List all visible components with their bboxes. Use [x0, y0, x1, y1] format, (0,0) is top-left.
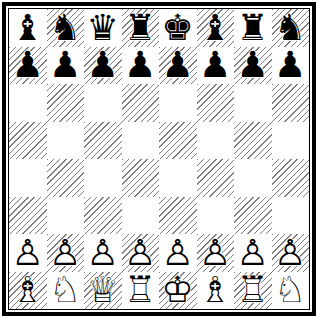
piece-outline-queen: ♕	[84, 272, 122, 310]
square-b8[interactable]: ♞	[47, 9, 85, 47]
square-a5[interactable]	[9, 122, 47, 160]
square-e1[interactable]: ♚♔	[159, 272, 197, 310]
piece-outline-knight: ♘	[272, 272, 310, 310]
square-e4[interactable]	[159, 159, 197, 197]
square-d3[interactable]	[122, 197, 160, 235]
square-e5[interactable]	[159, 122, 197, 160]
square-f7[interactable]: ♟	[197, 47, 235, 85]
piece-white-knight: ♞♘	[272, 272, 310, 310]
piece-outline-pawn: ♙	[122, 234, 160, 272]
piece-white-knight: ♞♘	[47, 272, 85, 310]
piece-black-pawn: ♟	[47, 47, 85, 85]
piece-black-bishop: ♝	[197, 9, 235, 47]
piece-outline-bishop: ♗	[197, 272, 235, 310]
piece-white-pawn: ♟♙	[159, 234, 197, 272]
piece-white-bishop: ♝♗	[197, 272, 235, 310]
square-d6[interactable]	[122, 84, 160, 122]
square-e7[interactable]: ♟	[159, 47, 197, 85]
piece-outline-pawn: ♙	[272, 234, 310, 272]
square-b6[interactable]	[47, 84, 85, 122]
piece-black-pawn: ♟	[122, 47, 160, 85]
piece-black-pawn: ♟	[84, 47, 122, 85]
square-c8[interactable]: ♛	[84, 9, 122, 47]
piece-white-pawn: ♟♙	[9, 234, 47, 272]
square-b3[interactable]	[47, 197, 85, 235]
square-a2[interactable]: ♟♙	[9, 234, 47, 272]
piece-outline-pawn: ♙	[234, 234, 272, 272]
piece-white-rook: ♜♖	[234, 272, 272, 310]
square-b5[interactable]	[47, 122, 85, 160]
piece-black-knight: ♞	[47, 9, 85, 47]
square-c5[interactable]	[84, 122, 122, 160]
square-g6[interactable]	[234, 84, 272, 122]
square-c2[interactable]: ♟♙	[84, 234, 122, 272]
square-h8[interactable]: ♞	[272, 9, 310, 47]
piece-black-king: ♚	[159, 9, 197, 47]
square-d1[interactable]: ♜♖	[122, 272, 160, 310]
square-d8[interactable]: ♜	[122, 9, 160, 47]
piece-outline-bishop: ♗	[9, 272, 47, 310]
square-e3[interactable]	[159, 197, 197, 235]
square-b1[interactable]: ♞♘	[47, 272, 85, 310]
piece-white-rook: ♜♖	[122, 272, 160, 310]
square-h1[interactable]: ♞♘	[272, 272, 310, 310]
piece-black-rook: ♜	[234, 9, 272, 47]
piece-black-rook: ♜	[122, 9, 160, 47]
square-h4[interactable]	[272, 159, 310, 197]
piece-outline-rook: ♖	[122, 272, 160, 310]
diagram-page: ♝♞♛♜♚♝♜♞♟♟♟♟♟♟♟♟♟♙♟♙♟♙♟♙♟♙♟♙♟♙♟♙♝♗♞♘♛♕♜♖…	[0, 0, 320, 320]
piece-outline-pawn: ♙	[9, 234, 47, 272]
square-a6[interactable]	[9, 84, 47, 122]
square-g8[interactable]: ♜	[234, 9, 272, 47]
square-c1[interactable]: ♛♕	[84, 272, 122, 310]
piece-black-pawn: ♟	[9, 47, 47, 85]
square-g1[interactable]: ♜♖	[234, 272, 272, 310]
square-h5[interactable]	[272, 122, 310, 160]
square-g3[interactable]	[234, 197, 272, 235]
square-h2[interactable]: ♟♙	[272, 234, 310, 272]
square-g4[interactable]	[234, 159, 272, 197]
piece-black-knight: ♞	[272, 9, 310, 47]
square-h6[interactable]	[272, 84, 310, 122]
piece-white-pawn: ♟♙	[272, 234, 310, 272]
square-h7[interactable]: ♟	[272, 47, 310, 85]
square-c6[interactable]	[84, 84, 122, 122]
piece-white-pawn: ♟♙	[84, 234, 122, 272]
square-e8[interactable]: ♚	[159, 9, 197, 47]
square-a1[interactable]: ♝♗	[9, 272, 47, 310]
square-a3[interactable]	[9, 197, 47, 235]
square-f5[interactable]	[197, 122, 235, 160]
square-a8[interactable]: ♝	[9, 9, 47, 47]
square-d5[interactable]	[122, 122, 160, 160]
piece-white-pawn: ♟♙	[122, 234, 160, 272]
board-frame: ♝♞♛♜♚♝♜♞♟♟♟♟♟♟♟♟♟♙♟♙♟♙♟♙♟♙♟♙♟♙♟♙♝♗♞♘♛♕♜♖…	[2, 2, 316, 316]
square-g7[interactable]: ♟	[234, 47, 272, 85]
piece-outline-rook: ♖	[234, 272, 272, 310]
chess-board: ♝♞♛♜♚♝♜♞♟♟♟♟♟♟♟♟♟♙♟♙♟♙♟♙♟♙♟♙♟♙♟♙♝♗♞♘♛♕♜♖…	[8, 8, 310, 310]
square-d2[interactable]: ♟♙	[122, 234, 160, 272]
piece-outline-pawn: ♙	[197, 234, 235, 272]
square-c4[interactable]	[84, 159, 122, 197]
square-b2[interactable]: ♟♙	[47, 234, 85, 272]
piece-black-bishop: ♝	[9, 9, 47, 47]
square-f1[interactable]: ♝♗	[197, 272, 235, 310]
piece-black-pawn: ♟	[234, 47, 272, 85]
square-d4[interactable]	[122, 159, 160, 197]
piece-white-bishop: ♝♗	[9, 272, 47, 310]
square-a4[interactable]	[9, 159, 47, 197]
square-f4[interactable]	[197, 159, 235, 197]
square-f3[interactable]	[197, 197, 235, 235]
piece-outline-pawn: ♙	[84, 234, 122, 272]
piece-black-pawn: ♟	[197, 47, 235, 85]
square-e6[interactable]	[159, 84, 197, 122]
square-g2[interactable]: ♟♙	[234, 234, 272, 272]
piece-white-queen: ♛♕	[84, 272, 122, 310]
square-b4[interactable]	[47, 159, 85, 197]
piece-outline-king: ♔	[159, 272, 197, 310]
square-b7[interactable]: ♟	[47, 47, 85, 85]
square-f2[interactable]: ♟♙	[197, 234, 235, 272]
piece-white-pawn: ♟♙	[234, 234, 272, 272]
piece-white-king: ♚♔	[159, 272, 197, 310]
square-a7[interactable]: ♟	[9, 47, 47, 85]
square-g5[interactable]	[234, 122, 272, 160]
piece-black-pawn: ♟	[272, 47, 310, 85]
piece-outline-knight: ♘	[47, 272, 85, 310]
piece-outline-pawn: ♙	[47, 234, 85, 272]
piece-white-pawn: ♟♙	[197, 234, 235, 272]
square-c7[interactable]: ♟	[84, 47, 122, 85]
piece-black-queen: ♛	[84, 9, 122, 47]
square-f8[interactable]: ♝	[197, 9, 235, 47]
square-h3[interactable]	[272, 197, 310, 235]
square-f6[interactable]	[197, 84, 235, 122]
piece-black-pawn: ♟	[159, 47, 197, 85]
square-d7[interactable]: ♟	[122, 47, 160, 85]
square-c3[interactable]	[84, 197, 122, 235]
square-e2[interactable]: ♟♙	[159, 234, 197, 272]
piece-outline-pawn: ♙	[159, 234, 197, 272]
piece-white-pawn: ♟♙	[47, 234, 85, 272]
